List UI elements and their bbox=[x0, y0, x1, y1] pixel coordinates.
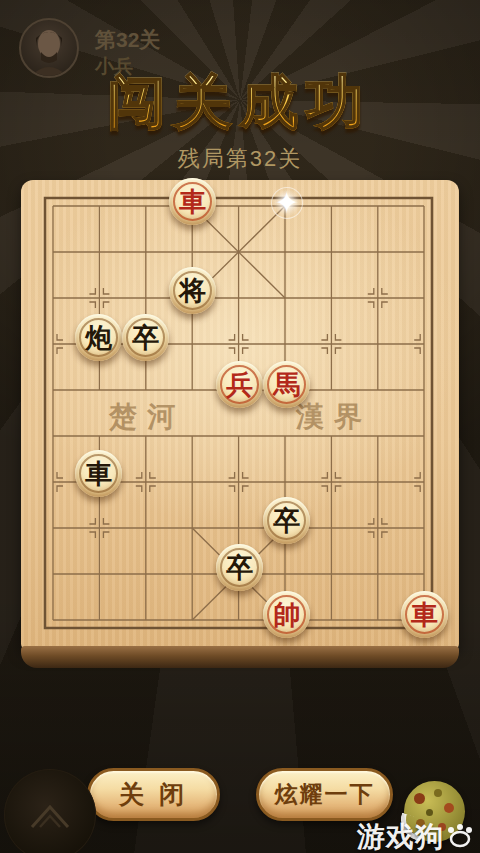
piece-red-馬: 馬 bbox=[263, 361, 310, 408]
piece-black-炮: 炮 bbox=[75, 314, 122, 361]
piece-black-卒: 卒 bbox=[263, 497, 310, 544]
watermark-text: 游戏狗 bbox=[357, 818, 444, 853]
show-off-button[interactable]: 炫耀一下 bbox=[256, 768, 393, 821]
home-button[interactable] bbox=[4, 769, 96, 853]
piece-black-卒: 卒 bbox=[122, 314, 169, 361]
dog-paw-icon bbox=[444, 818, 476, 850]
piece-black-卒: 卒 bbox=[216, 544, 263, 591]
piece-red-車: 車 bbox=[401, 591, 448, 638]
sparkle-effect: ✦ bbox=[267, 183, 307, 223]
close-button[interactable]: 关 闭 bbox=[87, 768, 220, 821]
piece-black-車: 車 bbox=[75, 450, 122, 497]
board-grid: 車将炮卒兵馬車卒卒帥車✦ bbox=[30, 183, 448, 643]
piece-red-帥: 帥 bbox=[263, 591, 310, 638]
piece-red-兵: 兵 bbox=[216, 361, 263, 408]
board-wood-edge bbox=[21, 646, 459, 668]
piece-red-車: 車 bbox=[169, 178, 216, 225]
piece-black-将: 将 bbox=[169, 267, 216, 314]
victory-screen: 第32关 小兵 闯关成功 残局第32关 bbox=[0, 0, 480, 853]
chevron-up-icon bbox=[26, 793, 74, 837]
